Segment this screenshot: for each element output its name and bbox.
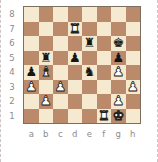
square-h5[interactable] — [126, 51, 141, 66]
piece-black-rook-e6: ♜ — [83, 36, 95, 50]
square-h3[interactable]: ♟ — [126, 80, 141, 95]
piece-white-pawn-c3: ♟ — [54, 80, 66, 94]
square-g2[interactable]: ♟ — [111, 94, 126, 109]
square-c5[interactable] — [53, 51, 68, 66]
square-g3[interactable] — [111, 80, 126, 95]
rank-label-1: 1 — [5, 109, 19, 124]
rank-label-7: 7 — [5, 22, 19, 37]
rank-label-5: 5 — [5, 51, 19, 66]
square-b8[interactable] — [39, 7, 54, 22]
rank-labels: 87654321 — [5, 7, 19, 123]
file-label-b: b — [39, 127, 54, 140]
piece-black-king-g6: ♚ — [112, 36, 124, 50]
square-f7[interactable] — [97, 22, 112, 37]
square-d2[interactable] — [68, 94, 83, 109]
square-a3[interactable]: ♟ — [24, 80, 39, 95]
square-c8[interactable] — [53, 7, 68, 22]
square-a6[interactable] — [24, 36, 39, 51]
piece-black-pawn-g5: ♟ — [112, 51, 124, 65]
square-g8[interactable] — [111, 7, 126, 22]
square-f8[interactable] — [97, 7, 112, 22]
square-f5[interactable] — [97, 51, 112, 66]
file-label-c: c — [53, 127, 68, 140]
square-b3[interactable] — [39, 80, 54, 95]
square-e1[interactable] — [82, 109, 97, 124]
piece-white-rook-f1: ♜ — [98, 109, 110, 123]
piece-black-pawn-d5: ♟ — [69, 51, 81, 65]
square-h6[interactable] — [126, 36, 141, 51]
square-f4[interactable] — [97, 65, 112, 80]
file-label-h: h — [126, 127, 141, 140]
square-c4[interactable] — [53, 65, 68, 80]
piece-black-rook-b5: ♜ — [40, 51, 52, 65]
square-d6[interactable] — [68, 36, 83, 51]
square-e3[interactable] — [82, 80, 97, 95]
square-b2[interactable]: ♟ — [39, 94, 54, 109]
square-g4[interactable]: ♟ — [111, 65, 126, 80]
square-g5[interactable]: ♟ — [111, 51, 126, 66]
rank-label-3: 3 — [5, 80, 19, 95]
square-g7[interactable] — [111, 22, 126, 37]
rank-label-8: 8 — [5, 7, 19, 22]
chess-board: ♜♜♚♜♟♟♟♝♞♟♟♟♟♟♟♜♚ — [23, 6, 141, 124]
piece-white-king-g1: ♚ — [112, 109, 124, 123]
square-g6[interactable]: ♚ — [111, 36, 126, 51]
piece-black-knight-e4: ♞ — [83, 65, 95, 79]
square-h1[interactable] — [126, 109, 141, 124]
square-c1[interactable] — [53, 109, 68, 124]
rank-label-6: 6 — [5, 36, 19, 51]
square-c7[interactable] — [53, 22, 68, 37]
piece-white-pawn-a3: ♟ — [25, 80, 37, 94]
file-label-a: a — [24, 127, 39, 140]
square-a1[interactable] — [24, 109, 39, 124]
piece-black-pawn-a4: ♟ — [25, 65, 37, 79]
square-d4[interactable] — [68, 65, 83, 80]
file-label-d: d — [68, 127, 83, 140]
square-e6[interactable]: ♜ — [82, 36, 97, 51]
piece-white-pawn-g4: ♟ — [112, 65, 124, 79]
file-label-f: f — [97, 127, 112, 140]
square-e4[interactable]: ♞ — [82, 65, 97, 80]
square-f3[interactable] — [97, 80, 112, 95]
piece-white-pawn-h3: ♟ — [127, 80, 139, 94]
file-label-g: g — [111, 127, 126, 140]
square-h8[interactable] — [126, 7, 141, 22]
square-b5[interactable]: ♜ — [39, 51, 54, 66]
square-b4[interactable]: ♝ — [39, 65, 54, 80]
file-labels: abcdefgh — [24, 127, 140, 140]
square-e8[interactable] — [82, 7, 97, 22]
square-f6[interactable] — [97, 36, 112, 51]
square-c3[interactable]: ♟ — [53, 80, 68, 95]
square-d1[interactable] — [68, 109, 83, 124]
square-a8[interactable] — [24, 7, 39, 22]
square-b6[interactable] — [39, 36, 54, 51]
piece-white-pawn-b2: ♟ — [40, 94, 52, 108]
diagram-page: 87654321 ♜♜♚♜♟♟♟♝♞♟♟♟♟♟♟♜♚ abcdefgh — [0, 0, 158, 162]
square-a5[interactable] — [24, 51, 39, 66]
rank-label-4: 4 — [5, 65, 19, 80]
rank-label-2: 2 — [5, 94, 19, 109]
piece-white-bishop-b4: ♝ — [40, 65, 52, 79]
square-h2[interactable] — [126, 94, 141, 109]
square-g1[interactable]: ♚ — [111, 109, 126, 124]
square-c6[interactable] — [53, 36, 68, 51]
square-e5[interactable] — [82, 51, 97, 66]
square-h7[interactable] — [126, 22, 141, 37]
piece-white-rook-d7: ♜ — [69, 22, 81, 36]
square-c2[interactable] — [53, 94, 68, 109]
square-f1[interactable]: ♜ — [97, 109, 112, 124]
square-d5[interactable]: ♟ — [68, 51, 83, 66]
square-d3[interactable] — [68, 80, 83, 95]
square-a2[interactable] — [24, 94, 39, 109]
square-d8[interactable] — [68, 7, 83, 22]
square-b7[interactable] — [39, 22, 54, 37]
square-b1[interactable] — [39, 109, 54, 124]
square-a7[interactable] — [24, 22, 39, 37]
square-e2[interactable] — [82, 94, 97, 109]
piece-white-pawn-g2: ♟ — [112, 94, 124, 108]
square-d7[interactable]: ♜ — [68, 22, 83, 37]
square-a4[interactable]: ♟ — [24, 65, 39, 80]
square-h4[interactable] — [126, 65, 141, 80]
square-e7[interactable] — [82, 22, 97, 37]
file-label-e: e — [82, 127, 97, 140]
square-f2[interactable] — [97, 94, 112, 109]
